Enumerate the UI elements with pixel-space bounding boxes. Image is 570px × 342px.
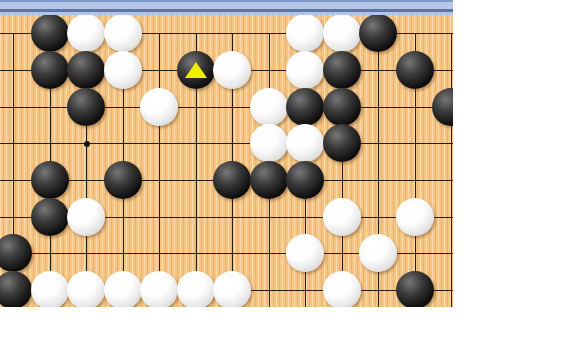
stone-white (104, 271, 142, 307)
stone-white (177, 271, 215, 307)
stone-black (432, 88, 453, 126)
stone-black (250, 161, 288, 199)
top-panel (0, 0, 453, 15)
stone-black (0, 271, 32, 307)
stone-white (396, 198, 434, 236)
stone-white (250, 124, 288, 162)
stone-black (67, 51, 105, 89)
stone-black (31, 51, 69, 89)
stone-black (31, 198, 69, 236)
stone-black (31, 161, 69, 199)
stone-white (140, 271, 178, 307)
stone-white (323, 15, 361, 52)
grid-line-v (159, 33, 160, 307)
stone-white (213, 271, 251, 307)
page (0, 0, 570, 342)
last-move-triangle-marker (185, 62, 207, 78)
stone-white (67, 198, 105, 236)
stone-black (396, 51, 434, 89)
stone-white (213, 51, 251, 89)
stone-black (323, 88, 361, 126)
stone-white (323, 198, 361, 236)
stone-black (0, 234, 32, 272)
stone-black (396, 271, 434, 307)
stone-black (67, 88, 105, 126)
stone-black (323, 124, 361, 162)
grid-line-v (451, 33, 452, 307)
hoshi-point (84, 141, 90, 147)
stone-black (286, 161, 324, 199)
stone-white (67, 15, 105, 52)
stone-white (286, 51, 324, 89)
stone-white (250, 88, 288, 126)
stone-white (323, 271, 361, 307)
stone-black (323, 51, 361, 89)
stone-white (359, 234, 397, 272)
stone-black (213, 161, 251, 199)
stone-white (286, 15, 324, 52)
stone-black (286, 88, 324, 126)
stone-black (31, 15, 69, 52)
stone-black (104, 161, 142, 199)
stone-white (286, 234, 324, 272)
grid-line-h (0, 143, 453, 144)
stone-white (31, 271, 69, 307)
stone-white (140, 88, 178, 126)
stone-white (286, 124, 324, 162)
stone-white (104, 51, 142, 89)
stone-white (67, 271, 105, 307)
stone-white (104, 15, 142, 52)
stone-black (359, 15, 397, 52)
go-board[interactable] (0, 15, 453, 307)
